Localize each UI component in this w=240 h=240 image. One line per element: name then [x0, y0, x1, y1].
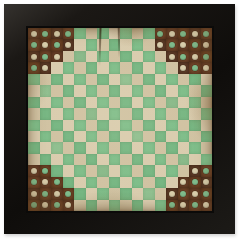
board-cell: [189, 188, 201, 199]
board-cell: [74, 28, 86, 39]
board-cell: [97, 28, 109, 39]
marble-dot: [180, 54, 186, 60]
board-cell: [63, 108, 75, 119]
board-cell: [109, 85, 121, 96]
board-cell: [109, 97, 121, 108]
board-cell: [97, 120, 109, 131]
board-cell: [132, 97, 144, 108]
picture-frame: [4, 4, 235, 234]
board-cell: [63, 51, 75, 62]
board-cell: [120, 120, 132, 131]
board-cell: [189, 62, 201, 73]
board-cell: [155, 39, 167, 50]
board-cell: [143, 142, 155, 153]
board-cell: [132, 108, 144, 119]
marble-dot: [42, 191, 48, 197]
board-cell: [28, 120, 40, 131]
board-cell: [63, 28, 75, 39]
marble-dot: [192, 31, 198, 37]
marble-dot: [203, 202, 209, 208]
board-cell: [143, 39, 155, 50]
board-cell: [166, 200, 178, 211]
board-cell: [201, 28, 213, 39]
marble-dot: [54, 202, 60, 208]
board-cell: [132, 165, 144, 176]
marble-dot: [192, 202, 198, 208]
board-cell: [178, 120, 190, 131]
board-cell: [189, 97, 201, 108]
board-cell: [51, 120, 63, 131]
board-cell: [132, 177, 144, 188]
board-cell: [63, 200, 75, 211]
marble-dot: [42, 42, 48, 48]
board-cell: [74, 131, 86, 142]
board-cell: [28, 108, 40, 119]
board-cell: [40, 154, 52, 165]
board-cell: [143, 108, 155, 119]
marble-dot: [192, 65, 198, 71]
board-cell: [120, 39, 132, 50]
board-cell: [178, 62, 190, 73]
board-cell: [109, 188, 121, 199]
board-cell: [28, 177, 40, 188]
board-cell: [178, 74, 190, 85]
board-cell: [132, 154, 144, 165]
board-cell: [120, 74, 132, 85]
marble-dot: [42, 202, 48, 208]
board-cell: [201, 108, 213, 119]
board-cell: [97, 74, 109, 85]
board-cell: [120, 188, 132, 199]
board-cell: [109, 131, 121, 142]
marble-dot: [157, 42, 163, 48]
board-cell: [86, 108, 98, 119]
marble-dot: [42, 31, 48, 37]
board-cell: [97, 154, 109, 165]
board-cell: [109, 62, 121, 73]
board-cell: [74, 97, 86, 108]
board-cell: [189, 120, 201, 131]
board-cell: [86, 28, 98, 39]
board-cell: [143, 74, 155, 85]
board-cell: [51, 39, 63, 50]
board-cell: [109, 51, 121, 62]
board-cell: [155, 120, 167, 131]
board-cell: [189, 74, 201, 85]
marble-dot: [42, 168, 48, 174]
marble-dot: [203, 42, 209, 48]
board-cell: [143, 131, 155, 142]
board-cell: [74, 85, 86, 96]
board-cell: [166, 177, 178, 188]
board-cell: [132, 62, 144, 73]
board-cell: [120, 177, 132, 188]
board-cell: [143, 51, 155, 62]
board-cell: [86, 51, 98, 62]
board-cell: [143, 97, 155, 108]
board-cell: [63, 154, 75, 165]
board-cell: [86, 165, 98, 176]
marble-dot: [54, 54, 60, 60]
board-cell: [40, 131, 52, 142]
board-cell: [178, 108, 190, 119]
board-cell: [120, 51, 132, 62]
board-cell: [120, 131, 132, 142]
marble-dot: [192, 168, 198, 174]
board-cell: [86, 74, 98, 85]
board-cell: [201, 120, 213, 131]
board-cell: [178, 177, 190, 188]
board-cell: [132, 188, 144, 199]
board-cell: [40, 74, 52, 85]
board-cell: [28, 142, 40, 153]
board-cell: [51, 142, 63, 153]
board-cell: [132, 131, 144, 142]
board-cell: [63, 120, 75, 131]
board-cell: [97, 39, 109, 50]
board-cell: [86, 200, 98, 211]
board-cell: [40, 62, 52, 73]
board-cell: [120, 108, 132, 119]
board-cell: [189, 39, 201, 50]
board-cell: [86, 142, 98, 153]
board-cell: [120, 154, 132, 165]
board-cell: [51, 177, 63, 188]
marble-dot: [31, 31, 37, 37]
board-cell: [189, 154, 201, 165]
marble-dot: [203, 31, 209, 37]
board-cell: [86, 62, 98, 73]
board-cell: [40, 142, 52, 153]
board-cell: [109, 74, 121, 85]
marble-dot: [192, 191, 198, 197]
board-cell: [132, 39, 144, 50]
board-cell: [189, 142, 201, 153]
board-cell: [109, 165, 121, 176]
board-cell: [40, 51, 52, 62]
board-cell: [63, 97, 75, 108]
board-cell: [189, 85, 201, 96]
marble-dot: [54, 179, 60, 185]
board-cell: [28, 97, 40, 108]
board-cell: [86, 188, 98, 199]
board-cell: [201, 131, 213, 142]
photo-backdrop: [0, 0, 240, 240]
marble-dot: [203, 54, 209, 60]
board-cell: [51, 74, 63, 85]
board-cell: [120, 97, 132, 108]
board-cell: [63, 74, 75, 85]
board-cell: [189, 200, 201, 211]
board-cell: [28, 62, 40, 73]
marble-dot: [169, 31, 175, 37]
board-cell: [74, 200, 86, 211]
marble-dot: [169, 202, 175, 208]
board-cell: [86, 131, 98, 142]
board-cell: [166, 188, 178, 199]
board-cell: [63, 131, 75, 142]
marble-dot: [180, 65, 186, 71]
board-cell: [109, 108, 121, 119]
board-cell: [74, 108, 86, 119]
board-cell: [178, 154, 190, 165]
board-cell: [109, 142, 121, 153]
board-cell: [155, 97, 167, 108]
board-cell: [120, 62, 132, 73]
game-board: [28, 28, 212, 211]
board-cell: [97, 131, 109, 142]
board-cell: [97, 108, 109, 119]
board-cell: [86, 154, 98, 165]
board-cell: [155, 131, 167, 142]
marble-dot: [180, 179, 186, 185]
board-cell: [166, 62, 178, 73]
board-cell: [178, 51, 190, 62]
board-cell: [166, 165, 178, 176]
marble-dot: [31, 65, 37, 71]
board-cell: [28, 200, 40, 211]
board-cell: [40, 177, 52, 188]
marble-dot: [65, 31, 71, 37]
board-cell: [51, 200, 63, 211]
board-cell: [28, 28, 40, 39]
board-cell: [155, 154, 167, 165]
board-cell: [201, 97, 213, 108]
marble-dot: [42, 179, 48, 185]
board-cell: [132, 142, 144, 153]
board-cell: [28, 51, 40, 62]
board-cell: [166, 142, 178, 153]
board-cell: [63, 39, 75, 50]
board-cell: [166, 120, 178, 131]
board-cell: [178, 165, 190, 176]
board-cell: [155, 165, 167, 176]
board-cell: [86, 97, 98, 108]
marble-dot: [203, 179, 209, 185]
board-cell: [97, 142, 109, 153]
board-cell: [51, 97, 63, 108]
board-cell: [86, 39, 98, 50]
board-cell: [40, 39, 52, 50]
board-cell: [120, 85, 132, 96]
board-cell: [201, 177, 213, 188]
marble-dot: [203, 65, 209, 71]
board-cell: [109, 154, 121, 165]
board-cell: [201, 200, 213, 211]
board-cell: [178, 28, 190, 39]
board-cell: [74, 177, 86, 188]
marble-dot: [180, 202, 186, 208]
board-cell: [28, 131, 40, 142]
marble-dot: [203, 168, 209, 174]
marble-dot: [31, 191, 37, 197]
marble-dot: [31, 179, 37, 185]
board-cell: [201, 165, 213, 176]
board-cell: [86, 85, 98, 96]
board-cell: [120, 200, 132, 211]
board-cell: [74, 154, 86, 165]
board-cell: [178, 39, 190, 50]
board-cell: [178, 85, 190, 96]
board-cell: [74, 74, 86, 85]
marble-dot: [54, 42, 60, 48]
board-cell: [63, 165, 75, 176]
marble-dot: [192, 42, 198, 48]
board-cell: [109, 200, 121, 211]
board-cell: [201, 85, 213, 96]
board-cell: [51, 28, 63, 39]
board-cell: [40, 85, 52, 96]
board-cell: [109, 177, 121, 188]
board-cell: [63, 177, 75, 188]
marble-dot: [169, 54, 175, 60]
board-cell: [40, 165, 52, 176]
board-cell: [189, 131, 201, 142]
board-cell: [189, 177, 201, 188]
board-cell: [143, 154, 155, 165]
board-cell: [178, 97, 190, 108]
board-cell: [28, 188, 40, 199]
board-cell: [132, 200, 144, 211]
board-cell: [63, 188, 75, 199]
board-cell: [166, 154, 178, 165]
board-cell: [143, 28, 155, 39]
board-cell: [166, 74, 178, 85]
marble-dot: [180, 42, 186, 48]
board-cell: [155, 74, 167, 85]
board-cell: [74, 51, 86, 62]
board-cell: [166, 131, 178, 142]
board-cell: [74, 165, 86, 176]
board-cell: [40, 188, 52, 199]
marble-dot: [31, 42, 37, 48]
board-cell: [166, 39, 178, 50]
board-cell: [189, 165, 201, 176]
board-cell: [120, 165, 132, 176]
board-cell: [97, 188, 109, 199]
marble-dot: [192, 179, 198, 185]
board-cell: [74, 142, 86, 153]
board-cell: [143, 200, 155, 211]
board-cell: [189, 28, 201, 39]
board-cell: [155, 51, 167, 62]
board-cell: [40, 108, 52, 119]
board-cell: [97, 97, 109, 108]
board-cell: [51, 62, 63, 73]
board-cell: [143, 177, 155, 188]
board-cell: [143, 62, 155, 73]
board-cell: [143, 85, 155, 96]
board-cell: [166, 108, 178, 119]
board-cell: [51, 85, 63, 96]
board-cell: [28, 39, 40, 50]
board-cell: [143, 188, 155, 199]
board-cell: [51, 165, 63, 176]
board-cell: [86, 177, 98, 188]
marble-dot: [31, 202, 37, 208]
board-cell: [155, 108, 167, 119]
board-cell: [120, 142, 132, 153]
board-cell: [40, 120, 52, 131]
marble-dot: [54, 31, 60, 37]
board-cell: [201, 51, 213, 62]
board-cell: [166, 97, 178, 108]
board-cell: [189, 51, 201, 62]
board-cell: [28, 74, 40, 85]
board-cell: [97, 200, 109, 211]
board-cell: [51, 131, 63, 142]
board-cell: [166, 28, 178, 39]
board-cell: [155, 177, 167, 188]
board-cell: [97, 51, 109, 62]
marble-dot: [54, 191, 60, 197]
board-grid: [28, 28, 212, 211]
board-cell: [143, 120, 155, 131]
board-cell: [166, 51, 178, 62]
board-cell: [51, 154, 63, 165]
board-cell: [201, 62, 213, 73]
board-cell: [109, 39, 121, 50]
board-cell: [51, 188, 63, 199]
board-cell: [97, 62, 109, 73]
board-cell: [63, 85, 75, 96]
board-cell: [143, 165, 155, 176]
board-cell: [155, 188, 167, 199]
board-cell: [201, 188, 213, 199]
board-cell: [28, 165, 40, 176]
board-cell: [109, 120, 121, 131]
marble-dot: [31, 168, 37, 174]
board-cell: [132, 28, 144, 39]
marble-dot: [65, 42, 71, 48]
board-cell: [40, 200, 52, 211]
marble-dot: [192, 54, 198, 60]
board-cell: [178, 200, 190, 211]
marble-dot: [42, 54, 48, 60]
board-cell: [155, 142, 167, 153]
marble-dot: [65, 191, 71, 197]
board-cell: [201, 39, 213, 50]
board-cell: [120, 28, 132, 39]
board-cell: [74, 188, 86, 199]
board-cell: [74, 39, 86, 50]
marble-dot: [169, 42, 175, 48]
board-cell: [132, 74, 144, 85]
board-cell: [109, 28, 121, 39]
board-cell: [63, 142, 75, 153]
board-cell: [178, 142, 190, 153]
board-cell: [201, 154, 213, 165]
board-cell: [155, 62, 167, 73]
board-cell: [97, 85, 109, 96]
board-cell: [97, 177, 109, 188]
board-cell: [166, 85, 178, 96]
board-cell: [189, 108, 201, 119]
board-cell: [132, 120, 144, 131]
board-cell: [74, 120, 86, 131]
marble-dot: [65, 202, 71, 208]
board-cell: [97, 165, 109, 176]
board-cell: [40, 28, 52, 39]
board-cell: [155, 200, 167, 211]
board-cell: [86, 120, 98, 131]
board-cell: [28, 85, 40, 96]
board-cell: [51, 108, 63, 119]
board-cell: [201, 74, 213, 85]
board-cell: [132, 51, 144, 62]
board-cell: [155, 85, 167, 96]
board-cell: [178, 131, 190, 142]
